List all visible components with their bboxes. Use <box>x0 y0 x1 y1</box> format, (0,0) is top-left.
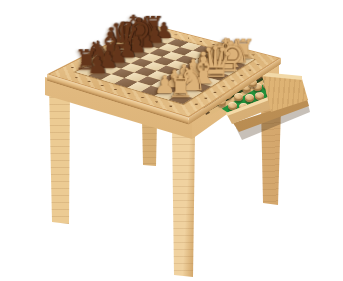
tabletop-3d: ♜♟♟♜♞♟♟♞♝♟♟♝♚♟♟♚♛♟♟♛♝♟♟♝♞♟♟♞♜♟♟♜ <box>0 0 343 281</box>
peg-dot <box>154 101 159 103</box>
light-rook[interactable]: ♜ <box>168 73 185 102</box>
chess-table-photo: ♜♟♟♜♞♟♟♞♝♟♟♝♚♟♟♚♛♟♟♛♝♟♟♝♞♟♟♞♜♟♟♜ <box>0 0 343 281</box>
square-r7c7[interactable]: ♜ <box>169 94 193 104</box>
peg-dot <box>204 97 208 99</box>
dark-pawn[interactable]: ♟ <box>87 54 103 78</box>
peg-dot <box>74 77 78 79</box>
peg-dot <box>87 81 91 83</box>
peg-dot <box>174 34 178 35</box>
peg-dot <box>140 97 144 99</box>
peg-dot <box>248 69 252 71</box>
peg-dot <box>256 64 260 66</box>
peg-dot <box>186 37 190 38</box>
peg-dot <box>127 93 131 95</box>
peg-dot <box>113 89 117 91</box>
tabletop: ♜♟♟♜♞♟♟♞♝♟♟♝♚♟♟♚♛♟♟♛♝♟♟♝♞♟♟♞♜♟♟♜ <box>47 23 281 117</box>
peg-dot <box>194 103 198 105</box>
peg-dot <box>213 91 217 93</box>
peg-dot <box>168 105 173 107</box>
square-r7c1[interactable]: ♟ <box>88 70 111 79</box>
peg-dot <box>100 85 104 87</box>
peg-dot <box>222 86 226 88</box>
